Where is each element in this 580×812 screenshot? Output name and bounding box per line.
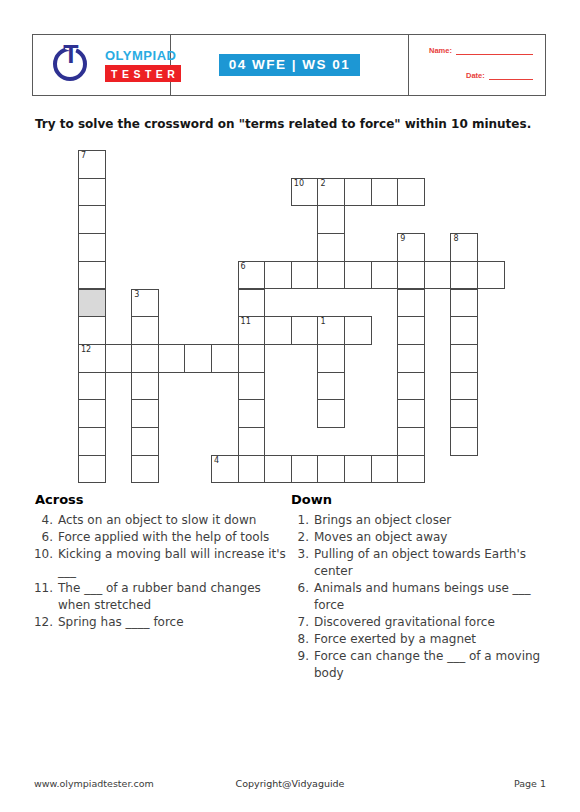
crossword-cell[interactable] <box>291 316 319 345</box>
crossword-cell[interactable]: 1 <box>317 316 345 345</box>
crossword-cell[interactable] <box>450 372 478 401</box>
crossword-cell[interactable]: 8 <box>450 233 478 262</box>
crossword-cell[interactable] <box>238 372 266 401</box>
across-clue-item: 11.The ___ of a rubber band changes when… <box>32 580 290 614</box>
crossword-cell[interactable] <box>238 427 266 456</box>
clue-number: 12 <box>81 346 91 355</box>
crossword-cell[interactable] <box>105 344 133 373</box>
clue-list-number: 6. <box>32 529 53 546</box>
down-clue-item: 2.Moves an object away <box>288 529 570 546</box>
down-clue-item: 7.Discovered gravitational force <box>288 614 570 631</box>
down-clue-item: 1.Brings an object closer <box>288 512 570 529</box>
crossword-cell[interactable] <box>131 455 159 484</box>
crossword-cell[interactable] <box>344 178 372 207</box>
crossword-cell[interactable] <box>397 178 425 207</box>
clue-list-number: 2. <box>288 529 309 546</box>
name-row: Name: <box>429 45 533 55</box>
clue-list-number: 1. <box>288 512 309 529</box>
crossword-cell[interactable] <box>344 261 372 290</box>
worksheet-page: T OLYMPIAD TESTER 04 WFE | WS 01 Name: D… <box>0 0 580 812</box>
crossword-cell[interactable] <box>450 316 478 345</box>
crossword-cell[interactable] <box>264 455 292 484</box>
clue-list-number: 9. <box>288 648 309 682</box>
crossword-cell[interactable] <box>397 455 425 484</box>
crossword-cell[interactable] <box>317 205 345 234</box>
clue-list-number: 4. <box>32 512 53 529</box>
clue-list-text: The ___ of a rubber band changes when st… <box>58 580 290 614</box>
footer-copyright: Copyright@Vidyaguide <box>205 778 376 789</box>
clue-list-number: 12. <box>32 614 53 631</box>
clue-list-text: Force exerted by a magnet <box>314 631 570 648</box>
crossword-cell[interactable] <box>424 261 452 290</box>
instruction-text: Try to solve the crossword on "terms rel… <box>35 117 550 131</box>
footer: www.olympiadtester.com Copyright@Vidyagu… <box>0 778 580 789</box>
crossword-cell[interactable] <box>450 399 478 428</box>
down-clue-item: 6.Animals and humans beings use ___ forc… <box>288 580 570 614</box>
clue-list-number: 10. <box>32 546 53 580</box>
crossword-cell[interactable] <box>184 344 212 373</box>
across-clue-item: 4.Acts on an object to slow it down <box>32 512 290 529</box>
clue-list-text: Kicking a moving ball will increase it's… <box>58 546 290 580</box>
crossword-cell[interactable] <box>78 399 106 428</box>
crossword-cell[interactable] <box>477 261 505 290</box>
crossword-cell[interactable] <box>131 316 159 345</box>
crossword-cell[interactable] <box>317 261 345 290</box>
crossword-cell[interactable] <box>397 344 425 373</box>
name-date-cell: Name: Date: <box>409 35 545 95</box>
clue-list-number: 6. <box>288 580 309 614</box>
crossword-cell[interactable] <box>211 344 239 373</box>
name-label: Name: <box>429 46 452 55</box>
crossword-cell[interactable] <box>397 289 425 318</box>
clue-list-text: Animals and humans beings use ___ force <box>314 580 570 614</box>
crossword-cell[interactable] <box>78 316 106 345</box>
crossword-cell[interactable] <box>450 289 478 318</box>
crossword-cell[interactable] <box>264 316 292 345</box>
logo-monogram: T <box>60 42 82 67</box>
clue-number: 6 <box>241 263 246 272</box>
crossword-cell[interactable] <box>397 316 425 345</box>
clue-number: 1 <box>320 318 325 327</box>
clue-list-number: 8. <box>288 631 309 648</box>
crossword-cell[interactable]: 6 <box>238 261 266 290</box>
across-clue-item: 12.Spring has ____ force <box>32 614 290 631</box>
clue-list-text: Pulling of an object towards Earth's cen… <box>314 546 570 580</box>
crossword-cell[interactable] <box>317 399 345 428</box>
clue-list-text: Spring has ____ force <box>58 614 290 631</box>
clue-number: 8 <box>453 235 458 244</box>
crossword-cell[interactable]: 3 <box>131 289 159 318</box>
across-clue-item: 10.Kicking a moving ball will increase i… <box>32 546 290 580</box>
crossword-cell[interactable] <box>450 427 478 456</box>
crossword-cell[interactable] <box>371 261 399 290</box>
crossword-cell[interactable] <box>397 372 425 401</box>
logo-text-olympiad: OLYMPIAD <box>105 48 176 63</box>
crossword-cell[interactable] <box>317 233 345 262</box>
crossword-cell[interactable] <box>158 344 186 373</box>
crossword-cell[interactable]: 7 <box>78 150 106 179</box>
down-clues-section: Down 1.Brings an object closer2.Moves an… <box>288 492 570 682</box>
clue-list-number: 11. <box>32 580 53 614</box>
crossword-cell[interactable] <box>291 261 319 290</box>
crossword-cell[interactable] <box>238 455 266 484</box>
crossword-cell[interactable] <box>78 178 106 207</box>
crossword-cell[interactable] <box>317 372 345 401</box>
down-title: Down <box>291 492 570 507</box>
clue-list-text: Brings an object closer <box>314 512 570 529</box>
footer-website: www.olympiadtester.com <box>34 778 205 789</box>
clue-list-text: Discovered gravitational force <box>314 614 570 631</box>
crossword-cell[interactable]: 4 <box>211 455 239 484</box>
clue-number: 9 <box>400 235 405 244</box>
crossword-cell[interactable] <box>131 344 159 373</box>
crossword-cell[interactable] <box>397 261 425 290</box>
crossword-cell[interactable]: 12 <box>78 344 106 373</box>
logo-text-tester: TESTER <box>105 65 181 82</box>
clue-list-number: 3. <box>288 546 309 580</box>
footer-page-number: Page 1 <box>375 778 546 789</box>
crossword-cell[interactable] <box>78 427 106 456</box>
crossword-cell[interactable]: 10 <box>291 178 319 207</box>
header: T OLYMPIAD TESTER 04 WFE | WS 01 Name: D… <box>32 34 546 96</box>
clue-list-number: 7. <box>288 614 309 631</box>
crossword-cell[interactable] <box>397 427 425 456</box>
crossword-cell[interactable]: 11 <box>238 316 266 345</box>
down-list: 1.Brings an object closer2.Moves an obje… <box>288 512 570 682</box>
crossword-cell[interactable] <box>238 344 266 373</box>
crossword-cell[interactable] <box>78 205 106 234</box>
crossword-cell[interactable] <box>291 455 319 484</box>
date-label: Date: <box>466 71 485 80</box>
crossword-grid: 71029863111124 <box>78 150 505 484</box>
worksheet-title: 04 WFE | WS 01 <box>219 54 361 76</box>
crossword-cell[interactable]: 9 <box>397 233 425 262</box>
crossword-cell[interactable] <box>238 399 266 428</box>
crossword-cell[interactable] <box>131 372 159 401</box>
crossword-cell[interactable] <box>450 344 478 373</box>
across-title: Across <box>35 492 290 507</box>
logo: T OLYMPIAD TESTER <box>33 35 171 95</box>
crossword-cell[interactable] <box>238 289 266 318</box>
across-list: 4.Acts on an object to slow it down6.For… <box>32 512 290 631</box>
across-clue-item: 6.Force applied with the help of tools <box>32 529 290 546</box>
crossword-cell[interactable] <box>78 233 106 262</box>
name-field-line[interactable] <box>456 45 533 55</box>
crossword-cell[interactable] <box>78 261 106 290</box>
clue-number: 4 <box>214 457 219 466</box>
crossword-cell[interactable] <box>397 399 425 428</box>
clue-list-text: Force applied with the help of tools <box>58 529 290 546</box>
crossword-cell[interactable] <box>78 372 106 401</box>
crossword-cell[interactable] <box>264 261 292 290</box>
crossword-cell[interactable] <box>344 316 372 345</box>
crossword-cell[interactable] <box>78 455 106 484</box>
clue-list-text: Force can change the ___ of a moving bod… <box>314 648 570 682</box>
clue-number: 2 <box>320 180 325 189</box>
date-row: Date: <box>466 70 533 80</box>
down-clue-item: 8.Force exerted by a magnet <box>288 631 570 648</box>
crossword-cell[interactable] <box>131 427 159 456</box>
clue-number: 11 <box>241 318 251 327</box>
clue-number: 10 <box>294 180 304 189</box>
down-clue-item: 9.Force can change the ___ of a moving b… <box>288 648 570 682</box>
clue-number: 3 <box>134 291 139 300</box>
clue-number: 7 <box>81 152 86 161</box>
clue-list-text: Moves an object away <box>314 529 570 546</box>
crossword-cell[interactable] <box>131 399 159 428</box>
crossword-cell[interactable] <box>317 344 345 373</box>
shaded-cell <box>78 289 106 318</box>
crossword-cell[interactable]: 2 <box>317 178 345 207</box>
crossword-cell[interactable] <box>371 178 399 207</box>
date-field-line[interactable] <box>489 70 533 80</box>
title-cell: 04 WFE | WS 01 <box>171 35 409 95</box>
across-clues-section: Across 4.Acts on an object to slow it do… <box>32 492 290 631</box>
crossword-cell[interactable] <box>344 455 372 484</box>
crossword-cell[interactable] <box>371 455 399 484</box>
crossword-cell[interactable] <box>317 455 345 484</box>
down-clue-item: 3.Pulling of an object towards Earth's c… <box>288 546 570 580</box>
crossword-cell[interactable] <box>450 261 478 290</box>
clue-list-text: Acts on an object to slow it down <box>58 512 290 529</box>
